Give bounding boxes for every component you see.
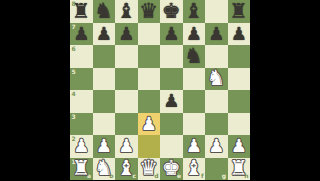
square-f6[interactable]: ♞ — [183, 45, 206, 68]
square-b3[interactable] — [93, 113, 116, 136]
square-d6[interactable] — [138, 45, 161, 68]
piece-black-rook[interactable]: ♜ — [228, 0, 251, 23]
piece-black-pawn[interactable]: ♟ — [160, 23, 183, 46]
video-frame: 8♜♞♝♛♚♝♜7♟♟♟♟♟♟♟6♞5♞4♟3♟2♟♟♟♟♟♟1a♜b♞c♝d♛… — [0, 0, 320, 180]
square-e8[interactable]: ♚ — [160, 0, 183, 23]
piece-white-king[interactable]: ♚ — [160, 158, 183, 181]
square-h4[interactable] — [228, 90, 251, 113]
square-e3[interactable] — [160, 113, 183, 136]
square-d5[interactable] — [138, 68, 161, 91]
square-b6[interactable] — [93, 45, 116, 68]
piece-white-knight[interactable]: ♞ — [93, 158, 116, 181]
letterbox-left — [0, 0, 70, 180]
square-g5[interactable]: ♞ — [205, 68, 228, 91]
piece-white-pawn[interactable]: ♟ — [228, 135, 251, 158]
letterbox-right — [250, 0, 320, 180]
rank-label-5: 5 — [72, 69, 76, 75]
chess-board: 8♜♞♝♛♚♝♜7♟♟♟♟♟♟♟6♞5♞4♟3♟2♟♟♟♟♟♟1a♜b♞c♝d♛… — [70, 0, 250, 180]
square-g4[interactable] — [205, 90, 228, 113]
piece-white-pawn[interactable]: ♟ — [183, 135, 206, 158]
square-a2[interactable]: 2♟ — [70, 135, 93, 158]
piece-white-queen[interactable]: ♛ — [138, 158, 161, 181]
piece-black-king[interactable]: ♚ — [160, 0, 183, 23]
piece-white-pawn[interactable]: ♟ — [115, 135, 138, 158]
piece-white-bishop[interactable]: ♝ — [115, 158, 138, 181]
square-b7[interactable]: ♟ — [93, 23, 116, 46]
square-f3[interactable] — [183, 113, 206, 136]
square-a1[interactable]: 1a♜ — [70, 158, 93, 181]
square-b2[interactable]: ♟ — [93, 135, 116, 158]
square-a3[interactable]: 3 — [70, 113, 93, 136]
square-a8[interactable]: 8♜ — [70, 0, 93, 23]
square-h5[interactable] — [228, 68, 251, 91]
piece-white-knight[interactable]: ♞ — [205, 68, 228, 91]
square-f2[interactable]: ♟ — [183, 135, 206, 158]
square-d8[interactable]: ♛ — [138, 0, 161, 23]
piece-black-pawn[interactable]: ♟ — [228, 23, 251, 46]
square-d7[interactable] — [138, 23, 161, 46]
square-a7[interactable]: 7♟ — [70, 23, 93, 46]
piece-black-pawn[interactable]: ♟ — [115, 23, 138, 46]
square-e2[interactable] — [160, 135, 183, 158]
square-d4[interactable] — [138, 90, 161, 113]
square-c3[interactable] — [115, 113, 138, 136]
square-e7[interactable]: ♟ — [160, 23, 183, 46]
piece-white-rook[interactable]: ♜ — [70, 158, 93, 181]
square-e5[interactable] — [160, 68, 183, 91]
square-h1[interactable]: h♜ — [228, 158, 251, 181]
square-a4[interactable]: 4 — [70, 90, 93, 113]
square-h7[interactable]: ♟ — [228, 23, 251, 46]
square-g3[interactable] — [205, 113, 228, 136]
square-g6[interactable] — [205, 45, 228, 68]
square-a6[interactable]: 6 — [70, 45, 93, 68]
square-f4[interactable] — [183, 90, 206, 113]
square-e6[interactable] — [160, 45, 183, 68]
square-d1[interactable]: d♛ — [138, 158, 161, 181]
piece-white-pawn[interactable]: ♟ — [205, 135, 228, 158]
square-h2[interactable]: ♟ — [228, 135, 251, 158]
square-c1[interactable]: c♝ — [115, 158, 138, 181]
piece-white-pawn[interactable]: ♟ — [138, 113, 161, 136]
square-f8[interactable]: ♝ — [183, 0, 206, 23]
rank-label-6: 6 — [72, 46, 76, 52]
piece-white-pawn[interactable]: ♟ — [70, 135, 93, 158]
square-f5[interactable] — [183, 68, 206, 91]
square-g1[interactable]: g — [205, 158, 228, 181]
piece-black-rook[interactable]: ♜ — [70, 0, 93, 23]
piece-black-pawn[interactable]: ♟ — [205, 23, 228, 46]
piece-black-pawn[interactable]: ♟ — [93, 23, 116, 46]
rank-label-4: 4 — [72, 91, 76, 97]
square-h3[interactable] — [228, 113, 251, 136]
square-c2[interactable]: ♟ — [115, 135, 138, 158]
square-c6[interactable] — [115, 45, 138, 68]
piece-black-queen[interactable]: ♛ — [138, 0, 161, 23]
piece-black-pawn[interactable]: ♟ — [70, 23, 93, 46]
square-e4[interactable]: ♟ — [160, 90, 183, 113]
square-g7[interactable]: ♟ — [205, 23, 228, 46]
square-e1[interactable]: e♚ — [160, 158, 183, 181]
square-b5[interactable] — [93, 68, 116, 91]
square-f7[interactable]: ♟ — [183, 23, 206, 46]
square-d2[interactable] — [138, 135, 161, 158]
piece-black-bishop[interactable]: ♝ — [183, 0, 206, 23]
square-c8[interactable]: ♝ — [115, 0, 138, 23]
square-b1[interactable]: b♞ — [93, 158, 116, 181]
square-c4[interactable] — [115, 90, 138, 113]
square-c5[interactable] — [115, 68, 138, 91]
square-c7[interactable]: ♟ — [115, 23, 138, 46]
square-g2[interactable]: ♟ — [205, 135, 228, 158]
piece-black-knight[interactable]: ♞ — [183, 45, 206, 68]
piece-white-bishop[interactable]: ♝ — [183, 158, 206, 181]
square-b4[interactable] — [93, 90, 116, 113]
piece-black-knight[interactable]: ♞ — [93, 0, 116, 23]
piece-black-bishop[interactable]: ♝ — [115, 0, 138, 23]
piece-white-pawn[interactable]: ♟ — [93, 135, 116, 158]
square-a5[interactable]: 5 — [70, 68, 93, 91]
square-h6[interactable] — [228, 45, 251, 68]
square-f1[interactable]: f♝ — [183, 158, 206, 181]
piece-white-rook[interactable]: ♜ — [228, 158, 251, 181]
piece-black-pawn[interactable]: ♟ — [183, 23, 206, 46]
square-g8[interactable] — [205, 0, 228, 23]
square-h8[interactable]: ♜ — [228, 0, 251, 23]
piece-black-pawn[interactable]: ♟ — [160, 90, 183, 113]
square-b8[interactable]: ♞ — [93, 0, 116, 23]
file-label-g: g — [222, 173, 226, 179]
square-d3[interactable]: ♟ — [138, 113, 161, 136]
rank-label-3: 3 — [72, 114, 76, 120]
